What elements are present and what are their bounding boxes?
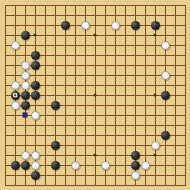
board-point[interactable] <box>100 20 110 30</box>
board-point[interactable] <box>120 170 130 180</box>
board-point[interactable] <box>130 30 140 40</box>
board-point[interactable] <box>30 50 40 60</box>
board-point[interactable] <box>50 20 60 30</box>
board-point[interactable] <box>130 110 140 120</box>
board-point[interactable] <box>60 10 70 20</box>
board-point[interactable] <box>150 0 160 10</box>
board-point[interactable] <box>40 90 50 100</box>
board-point[interactable] <box>110 80 120 90</box>
board-point[interactable] <box>150 150 160 160</box>
board-point[interactable] <box>150 90 160 100</box>
board-point[interactable] <box>60 130 70 140</box>
black-stone[interactable] <box>51 141 60 150</box>
board-point[interactable] <box>90 160 100 170</box>
board-point[interactable] <box>20 10 30 20</box>
board-point[interactable] <box>40 80 50 90</box>
board-point[interactable] <box>100 70 110 80</box>
board-point[interactable] <box>160 160 170 170</box>
board-point[interactable] <box>120 160 130 170</box>
board-point[interactable] <box>60 90 70 100</box>
board-point[interactable] <box>140 30 150 40</box>
white-stone[interactable] <box>81 21 90 30</box>
board-point[interactable] <box>30 70 40 80</box>
board-point[interactable] <box>130 60 140 70</box>
board-point[interactable] <box>130 0 140 10</box>
board-point[interactable] <box>0 30 10 40</box>
board-point[interactable] <box>150 100 160 110</box>
white-stone[interactable] <box>161 71 170 80</box>
board-point[interactable] <box>130 90 140 100</box>
board-point[interactable] <box>70 170 80 180</box>
board-point[interactable] <box>40 120 50 130</box>
board-point[interactable] <box>0 110 10 120</box>
board-point[interactable] <box>60 150 70 160</box>
board-point[interactable] <box>170 0 180 10</box>
board-point[interactable] <box>0 80 10 90</box>
board-point[interactable] <box>110 20 120 30</box>
white-stone[interactable] <box>101 161 110 170</box>
board-point[interactable] <box>170 140 180 150</box>
board-point[interactable] <box>130 160 140 170</box>
board-point[interactable] <box>100 140 110 150</box>
board-point[interactable] <box>0 10 10 20</box>
board-point[interactable] <box>140 120 150 130</box>
black-stone[interactable] <box>21 91 30 100</box>
board-point[interactable] <box>30 30 40 40</box>
board-point[interactable] <box>150 80 160 90</box>
board-point[interactable] <box>70 50 80 60</box>
board-point[interactable] <box>50 120 60 130</box>
board-point[interactable] <box>70 30 80 40</box>
board-point[interactable] <box>170 100 180 110</box>
board-point[interactable] <box>10 100 20 110</box>
board-point[interactable] <box>100 10 110 20</box>
board-point[interactable] <box>40 60 50 70</box>
black-stone[interactable] <box>21 31 30 40</box>
board-point[interactable] <box>20 60 30 70</box>
board-point[interactable] <box>160 120 170 130</box>
board-point[interactable] <box>180 120 190 130</box>
board-point[interactable] <box>160 110 170 120</box>
board-point[interactable] <box>120 90 130 100</box>
board-point[interactable] <box>160 130 170 140</box>
board-point[interactable] <box>140 20 150 30</box>
board-point[interactable] <box>0 140 10 150</box>
board-point[interactable] <box>60 160 70 170</box>
board-point[interactable] <box>110 120 120 130</box>
board-point[interactable] <box>110 40 120 50</box>
board-point[interactable] <box>180 140 190 150</box>
board-point[interactable] <box>30 20 40 30</box>
board-point[interactable] <box>80 20 90 30</box>
board-point[interactable] <box>180 90 190 100</box>
board-point[interactable] <box>10 10 20 20</box>
board-point[interactable] <box>120 110 130 120</box>
board-point[interactable] <box>10 170 20 180</box>
board-point[interactable] <box>0 50 10 60</box>
board-point[interactable] <box>90 170 100 180</box>
board-point[interactable] <box>160 0 170 10</box>
board-point[interactable] <box>100 60 110 70</box>
board-point[interactable] <box>110 180 120 190</box>
board-point[interactable] <box>170 180 180 190</box>
white-stone[interactable] <box>21 61 30 70</box>
board-point[interactable] <box>20 80 30 90</box>
board-point[interactable] <box>90 110 100 120</box>
board-point[interactable] <box>140 100 150 110</box>
white-stone[interactable] <box>131 171 140 180</box>
black-stone[interactable] <box>31 61 40 70</box>
board-point[interactable] <box>70 10 80 20</box>
board-point[interactable] <box>20 30 30 40</box>
board-point[interactable] <box>20 140 30 150</box>
board-point[interactable] <box>140 0 150 10</box>
board-point[interactable] <box>160 140 170 150</box>
board-point[interactable] <box>80 140 90 150</box>
board-point[interactable] <box>90 120 100 130</box>
board-point[interactable] <box>180 30 190 40</box>
white-stone[interactable] <box>21 81 30 90</box>
board-point[interactable] <box>80 80 90 90</box>
board-point[interactable] <box>90 0 100 10</box>
board-point[interactable] <box>120 40 130 50</box>
board-point[interactable] <box>20 50 30 60</box>
board-point[interactable] <box>30 180 40 190</box>
board-point[interactable] <box>0 60 10 70</box>
board-point[interactable] <box>180 110 190 120</box>
board-point[interactable] <box>150 140 160 150</box>
board-point[interactable] <box>70 150 80 160</box>
board-point[interactable] <box>170 10 180 20</box>
board-point[interactable] <box>20 100 30 110</box>
board-point[interactable] <box>140 80 150 90</box>
board-point[interactable] <box>10 180 20 190</box>
board-point[interactable] <box>150 40 160 50</box>
board-point[interactable] <box>170 60 180 70</box>
board-point[interactable] <box>0 90 10 100</box>
black-stone[interactable] <box>31 81 40 90</box>
board-point[interactable] <box>90 70 100 80</box>
board-point[interactable] <box>50 10 60 20</box>
board-point[interactable] <box>70 90 80 100</box>
board-point[interactable] <box>90 10 100 20</box>
board-point[interactable] <box>60 140 70 150</box>
board-point[interactable] <box>110 150 120 160</box>
board-point[interactable] <box>60 60 70 70</box>
board-point[interactable] <box>80 0 90 10</box>
board-point[interactable] <box>180 0 190 10</box>
board-point[interactable] <box>40 70 50 80</box>
board-point[interactable] <box>0 0 10 10</box>
board-point[interactable] <box>60 180 70 190</box>
board-point[interactable] <box>0 170 10 180</box>
board-point[interactable] <box>50 50 60 60</box>
black-stone[interactable] <box>161 131 170 140</box>
board-point[interactable] <box>10 150 20 160</box>
board-point[interactable] <box>180 100 190 110</box>
board-point[interactable] <box>100 50 110 60</box>
board-point[interactable] <box>10 20 20 30</box>
board-point[interactable] <box>80 110 90 120</box>
board-point[interactable] <box>30 140 40 150</box>
board-point[interactable] <box>180 170 190 180</box>
black-stone[interactable] <box>51 101 60 110</box>
board-point[interactable] <box>0 40 10 50</box>
board-point[interactable] <box>150 180 160 190</box>
board-point[interactable] <box>170 110 180 120</box>
board-point[interactable] <box>10 160 20 170</box>
board-point[interactable] <box>180 40 190 50</box>
board-point[interactable] <box>170 80 180 90</box>
board-point[interactable] <box>0 130 10 140</box>
white-stone[interactable] <box>11 41 20 50</box>
board-point[interactable] <box>140 110 150 120</box>
board-point[interactable] <box>10 0 20 10</box>
board-point[interactable] <box>20 20 30 30</box>
board-point[interactable] <box>50 90 60 100</box>
black-stone[interactable] <box>131 151 140 160</box>
black-stone[interactable] <box>21 161 30 170</box>
black-stone[interactable] <box>131 21 140 30</box>
board-point[interactable] <box>50 130 60 140</box>
board-point[interactable] <box>80 130 90 140</box>
board-point[interactable] <box>70 130 80 140</box>
board-point[interactable] <box>30 170 40 180</box>
board-point[interactable] <box>140 160 150 170</box>
black-stone[interactable] <box>11 91 20 100</box>
board-point[interactable] <box>80 100 90 110</box>
board-point[interactable] <box>20 120 30 130</box>
white-stone[interactable] <box>31 151 40 160</box>
board-point[interactable] <box>140 10 150 20</box>
board-point[interactable] <box>30 100 40 110</box>
board-point[interactable] <box>180 160 190 170</box>
board-point[interactable] <box>10 50 20 60</box>
board-point[interactable] <box>130 20 140 30</box>
board-point[interactable] <box>120 20 130 30</box>
board-point[interactable] <box>40 50 50 60</box>
board-point[interactable] <box>60 40 70 50</box>
board-point[interactable] <box>160 50 170 60</box>
board-point[interactable] <box>140 50 150 60</box>
board-point[interactable] <box>160 180 170 190</box>
board-point[interactable] <box>50 80 60 90</box>
board-point[interactable] <box>160 90 170 100</box>
board-point[interactable] <box>100 130 110 140</box>
white-stone[interactable] <box>161 41 170 50</box>
board-point[interactable] <box>0 160 10 170</box>
board-point[interactable] <box>110 60 120 70</box>
board-point[interactable] <box>0 180 10 190</box>
board-point[interactable] <box>140 60 150 70</box>
board-point[interactable] <box>120 180 130 190</box>
board-point[interactable] <box>40 30 50 40</box>
board-point[interactable] <box>150 160 160 170</box>
black-stone[interactable] <box>131 161 140 170</box>
board-point[interactable] <box>20 150 30 160</box>
board-point[interactable] <box>150 50 160 60</box>
board-point[interactable] <box>40 20 50 30</box>
board-point[interactable] <box>80 150 90 160</box>
board-point[interactable] <box>170 20 180 30</box>
board-point[interactable] <box>100 120 110 130</box>
board-point[interactable] <box>20 70 30 80</box>
board-point[interactable] <box>80 180 90 190</box>
board-point[interactable] <box>120 30 130 40</box>
board-point[interactable] <box>140 40 150 50</box>
board-point[interactable] <box>150 170 160 180</box>
board-point[interactable] <box>0 100 10 110</box>
board-point[interactable] <box>160 100 170 110</box>
board-point[interactable] <box>120 150 130 160</box>
board-point[interactable] <box>30 120 40 130</box>
board-point[interactable] <box>20 40 30 50</box>
board-point[interactable] <box>50 100 60 110</box>
board-point[interactable] <box>10 110 20 120</box>
board-point[interactable] <box>90 80 100 90</box>
board-point[interactable] <box>120 80 130 90</box>
board-point[interactable] <box>90 100 100 110</box>
board-point[interactable] <box>120 50 130 60</box>
board-point[interactable] <box>40 40 50 50</box>
board-point[interactable] <box>30 10 40 20</box>
board-point[interactable] <box>20 130 30 140</box>
board-point[interactable] <box>170 50 180 60</box>
black-stone[interactable] <box>31 91 40 100</box>
board-point[interactable] <box>60 110 70 120</box>
board-point[interactable] <box>30 150 40 160</box>
board-point[interactable] <box>100 30 110 40</box>
board-point[interactable] <box>150 70 160 80</box>
board-point[interactable] <box>0 70 10 80</box>
board-point[interactable] <box>130 70 140 80</box>
board-point[interactable] <box>170 160 180 170</box>
black-stone[interactable] <box>31 51 40 60</box>
black-stone[interactable] <box>21 101 30 110</box>
board-point[interactable] <box>50 170 60 180</box>
board-point[interactable] <box>60 80 70 90</box>
board-point[interactable] <box>130 100 140 110</box>
board-point[interactable] <box>180 130 190 140</box>
board-point[interactable] <box>70 70 80 80</box>
white-stone[interactable] <box>21 71 30 80</box>
board-point[interactable] <box>60 30 70 40</box>
board-point[interactable] <box>60 20 70 30</box>
board-point[interactable] <box>90 20 100 30</box>
board-point[interactable] <box>150 20 160 30</box>
board-point[interactable] <box>170 90 180 100</box>
board-point[interactable] <box>30 40 40 50</box>
board-point[interactable] <box>30 60 40 70</box>
board-point[interactable] <box>140 170 150 180</box>
board-point[interactable] <box>110 0 120 10</box>
board-point[interactable] <box>30 0 40 10</box>
board-point[interactable] <box>120 140 130 150</box>
board-point[interactable] <box>110 130 120 140</box>
board-point[interactable] <box>140 90 150 100</box>
board-point[interactable] <box>130 40 140 50</box>
board-point[interactable] <box>80 90 90 100</box>
board-point[interactable] <box>70 110 80 120</box>
board-point[interactable] <box>70 80 80 90</box>
board-point[interactable] <box>70 140 80 150</box>
board-point[interactable] <box>90 60 100 70</box>
board-point[interactable] <box>80 10 90 20</box>
board-point[interactable] <box>160 60 170 70</box>
white-stone[interactable] <box>141 161 150 170</box>
board-point[interactable] <box>0 150 10 160</box>
board-point[interactable] <box>10 40 20 50</box>
board-point[interactable] <box>100 40 110 50</box>
board-point[interactable] <box>20 90 30 100</box>
board-point[interactable] <box>130 10 140 20</box>
board-point[interactable] <box>160 150 170 160</box>
board-point[interactable] <box>80 70 90 80</box>
board-point[interactable] <box>100 90 110 100</box>
black-stone[interactable] <box>51 161 60 170</box>
board-point[interactable] <box>50 180 60 190</box>
board-point[interactable] <box>70 100 80 110</box>
board-point[interactable] <box>40 160 50 170</box>
board-point[interactable] <box>160 20 170 30</box>
board-point[interactable] <box>160 170 170 180</box>
board-point[interactable] <box>70 180 80 190</box>
board-point[interactable] <box>130 80 140 90</box>
board-point[interactable] <box>40 0 50 10</box>
board-point[interactable] <box>90 30 100 40</box>
board-point[interactable] <box>50 140 60 150</box>
board-point[interactable] <box>60 170 70 180</box>
board-point[interactable] <box>80 120 90 130</box>
white-stone[interactable] <box>111 21 120 30</box>
board-point[interactable] <box>50 110 60 120</box>
board-point[interactable] <box>70 160 80 170</box>
white-stone[interactable] <box>11 101 20 110</box>
board-point[interactable] <box>150 130 160 140</box>
white-stone[interactable] <box>71 161 80 170</box>
board-point[interactable] <box>160 80 170 90</box>
board-point[interactable] <box>10 30 20 40</box>
board-point[interactable] <box>120 70 130 80</box>
board-point[interactable] <box>170 150 180 160</box>
board-point[interactable] <box>130 50 140 60</box>
board-point[interactable] <box>30 160 40 170</box>
board-point[interactable] <box>90 180 100 190</box>
board-point[interactable] <box>130 120 140 130</box>
board-point[interactable] <box>60 50 70 60</box>
board-point[interactable] <box>10 120 20 130</box>
board-point[interactable] <box>90 130 100 140</box>
board-point[interactable] <box>180 60 190 70</box>
board-point[interactable] <box>90 150 100 160</box>
board-point[interactable] <box>50 30 60 40</box>
board-point[interactable] <box>140 130 150 140</box>
board-point[interactable] <box>60 70 70 80</box>
black-stone[interactable] <box>151 21 160 30</box>
board-point[interactable] <box>10 90 20 100</box>
board-point[interactable] <box>40 170 50 180</box>
board-point[interactable] <box>30 80 40 90</box>
board-point[interactable] <box>100 100 110 110</box>
board-point[interactable] <box>70 60 80 70</box>
board-point[interactable] <box>90 40 100 50</box>
board-point[interactable] <box>130 150 140 160</box>
board-point[interactable] <box>150 60 160 70</box>
board-point[interactable] <box>170 120 180 130</box>
board-point[interactable] <box>70 20 80 30</box>
board-point[interactable] <box>180 10 190 20</box>
board-point[interactable] <box>80 40 90 50</box>
